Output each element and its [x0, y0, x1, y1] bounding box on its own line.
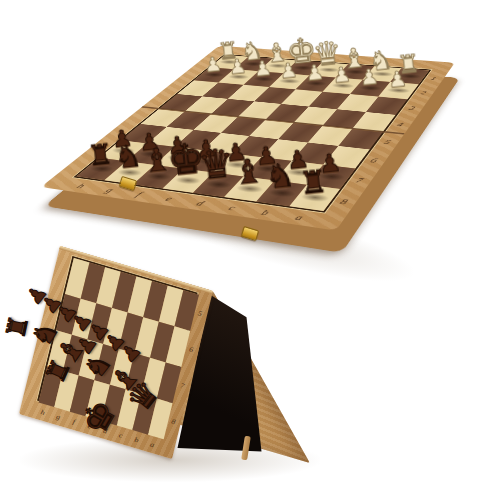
black-knight: ♞ — [113, 141, 143, 174]
black-bishop: ♝ — [231, 154, 264, 190]
white-pawn: ♟ — [253, 58, 273, 80]
white-pawn: ♟ — [305, 62, 325, 84]
white-pawn: ♟ — [278, 60, 298, 82]
white-pawn: ♟ — [228, 56, 248, 78]
file-label-h: h — [61, 178, 103, 194]
black-queen: ♛ — [197, 143, 236, 186]
open-board-scene: ♜♞♝♚♛♝♞♜♟♟♟♟♟♟♟♟♟♟♟♟♟♟♟♟♜♞♝♚♛♝♞♜ hgfedcb… — [101, 0, 431, 284]
white-pawn: ♟ — [203, 54, 223, 75]
white-pawn: ♟ — [359, 66, 380, 89]
black-rook: ♜ — [86, 140, 114, 170]
square-a8: ♜ — [289, 185, 340, 211]
product-photo: hgfedcba 5678 ♟♟♟♟♟♟♟♟♜♞♝♜♞♝♛♚ ♜♞♝♚♛♝♞♜♟… — [0, 0, 500, 500]
white-pawn: ♟ — [387, 68, 408, 91]
open-board-tilt-wrapper: ♜♞♝♚♛♝♞♜♟♟♟♟♟♟♟♟♟♟♟♟♟♟♟♟♜♞♝♚♛♝♞♜ hgfedcb… — [0, 0, 500, 500]
white-pawn: ♟ — [331, 64, 352, 87]
black-rook: ♜ — [298, 166, 329, 199]
open-chess-board: ♜♞♝♚♛♝♞♜♟♟♟♟♟♟♟♟♟♟♟♟♟♟♟♟♜♞♝♚♛♝♞♜ hgfedcb… — [41, 46, 455, 231]
black-knight: ♞ — [264, 159, 296, 194]
